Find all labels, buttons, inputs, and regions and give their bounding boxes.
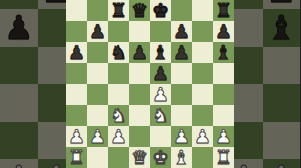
square-d3[interactable] <box>129 105 150 126</box>
square-b4[interactable] <box>87 84 108 105</box>
square-a3 <box>0 122 38 160</box>
square-c5[interactable] <box>108 63 129 84</box>
square-b7[interactable]: ♟ <box>87 21 108 42</box>
square-a1[interactable]: ♜ <box>66 147 87 168</box>
square-a8[interactable] <box>66 0 87 21</box>
square-g7[interactable] <box>192 21 213 42</box>
square-g1[interactable] <box>192 147 213 168</box>
piece-black-bishop[interactable]: ♝ <box>215 42 232 63</box>
piece-black-pawn[interactable]: ♟ <box>173 21 190 42</box>
square-a5[interactable] <box>66 63 87 84</box>
square-h8[interactable]: ♜ <box>213 0 234 21</box>
square-c4[interactable] <box>108 84 129 105</box>
square-e4[interactable]: ♟ <box>150 84 171 105</box>
square-f6[interactable]: ♟ <box>171 42 192 63</box>
piece-black-pawn[interactable]: ♟ <box>173 42 190 63</box>
piece-black-queen[interactable]: ♛ <box>131 0 148 21</box>
square-a6[interactable]: ♟ <box>66 42 87 63</box>
square-h6[interactable]: ♝ <box>213 42 234 63</box>
square-g5[interactable] <box>192 63 213 84</box>
square-e1[interactable]: ♚ <box>150 147 171 168</box>
square-a2: ♟ <box>0 159 38 168</box>
square-f2[interactable]: ♟ <box>171 126 192 147</box>
piece-black-pawn[interactable]: ♟ <box>215 21 232 42</box>
square-d2[interactable] <box>129 126 150 147</box>
square-h3 <box>263 122 301 160</box>
square-a4 <box>0 84 38 122</box>
square-f8[interactable] <box>171 0 192 21</box>
square-a4[interactable] <box>66 84 87 105</box>
square-e5[interactable]: ♟ <box>150 63 171 84</box>
square-a3[interactable] <box>66 105 87 126</box>
square-g8[interactable] <box>192 0 213 21</box>
piece-black-bishop[interactable]: ♝ <box>152 42 169 63</box>
square-c3[interactable]: ♞ <box>108 105 129 126</box>
square-h5 <box>263 47 301 85</box>
piece-black-rook[interactable]: ♜ <box>110 0 127 21</box>
chess-board[interactable]: ♜♛♚♜♟♟♟♟♞♟♝♟♝♟♟♞♞♟♟♟♟♟♟♜♛♚♝♜ <box>66 0 234 168</box>
piece-white-pawn[interactable]: ♟ <box>194 126 211 147</box>
square-h6: ♝ <box>263 9 301 47</box>
piece-white-pawn[interactable]: ♟ <box>215 126 232 147</box>
square-d1[interactable]: ♛ <box>129 147 150 168</box>
piece-black-bishop: ♝ <box>266 9 296 47</box>
square-d7[interactable] <box>129 21 150 42</box>
square-h1[interactable]: ♜ <box>213 147 234 168</box>
piece-white-knight[interactable]: ♞ <box>152 105 169 126</box>
piece-white-pawn: ♟ <box>266 159 296 168</box>
piece-white-pawn: ♟ <box>4 159 34 168</box>
square-d8[interactable]: ♛ <box>129 0 150 21</box>
square-c1[interactable] <box>108 147 129 168</box>
piece-white-bishop[interactable]: ♝ <box>173 147 190 168</box>
piece-black-knight[interactable]: ♞ <box>110 42 127 63</box>
piece-black-pawn[interactable]: ♟ <box>89 21 106 42</box>
square-e3[interactable]: ♞ <box>150 105 171 126</box>
piece-white-queen[interactable]: ♛ <box>131 147 148 168</box>
square-f4[interactable] <box>171 84 192 105</box>
square-g2[interactable]: ♟ <box>192 126 213 147</box>
square-f1[interactable]: ♝ <box>171 147 192 168</box>
square-e8[interactable]: ♚ <box>150 0 171 21</box>
square-g6[interactable] <box>192 42 213 63</box>
square-h4 <box>263 84 301 122</box>
square-c7[interactable] <box>108 21 129 42</box>
square-f3[interactable] <box>171 105 192 126</box>
square-f7[interactable]: ♟ <box>171 21 192 42</box>
square-a5 <box>0 47 38 85</box>
square-h2: ♟ <box>263 159 301 168</box>
piece-white-pawn[interactable]: ♟ <box>68 126 85 147</box>
square-e7[interactable] <box>150 21 171 42</box>
piece-white-rook[interactable]: ♜ <box>215 147 232 168</box>
piece-black-pawn: ♟ <box>4 9 34 47</box>
piece-white-knight[interactable]: ♞ <box>110 105 127 126</box>
piece-white-pawn[interactable]: ♟ <box>89 126 106 147</box>
piece-black-pawn[interactable]: ♟ <box>131 42 148 63</box>
square-b5[interactable] <box>87 63 108 84</box>
square-h2[interactable]: ♟ <box>213 126 234 147</box>
piece-white-king[interactable]: ♚ <box>152 147 169 168</box>
square-d6[interactable]: ♟ <box>129 42 150 63</box>
square-b2[interactable]: ♟ <box>87 126 108 147</box>
square-c8[interactable]: ♜ <box>108 0 129 21</box>
square-h7[interactable]: ♟ <box>213 21 234 42</box>
square-e2[interactable] <box>150 126 171 147</box>
square-d4[interactable] <box>129 84 150 105</box>
square-h5[interactable] <box>213 63 234 84</box>
square-c2[interactable]: ♟ <box>108 126 129 147</box>
square-b8[interactable] <box>87 0 108 21</box>
square-b6[interactable] <box>87 42 108 63</box>
piece-black-pawn[interactable]: ♟ <box>152 63 169 84</box>
piece-black-king[interactable]: ♚ <box>152 0 169 21</box>
square-h3[interactable] <box>213 105 234 126</box>
video-frame: ♜♛♚♜♟♟♟♟♞♟♝♟♝♟♟♞♞♟♟♟♟♟♟♜♛♚♝♜ ♜♛♚♜♟♟♟♟♞♟♝… <box>0 0 300 168</box>
square-d5[interactable] <box>129 63 150 84</box>
square-f5[interactable] <box>171 63 192 84</box>
square-g3[interactable] <box>192 105 213 126</box>
piece-black-pawn[interactable]: ♟ <box>68 42 85 63</box>
piece-white-rook[interactable]: ♜ <box>68 147 85 168</box>
square-g4[interactable] <box>192 84 213 105</box>
square-e6[interactable]: ♝ <box>150 42 171 63</box>
square-b1[interactable] <box>87 147 108 168</box>
square-c6[interactable]: ♞ <box>108 42 129 63</box>
piece-white-pawn[interactable]: ♟ <box>152 84 169 105</box>
piece-black-rook[interactable]: ♜ <box>215 0 232 21</box>
piece-white-pawn[interactable]: ♟ <box>173 126 190 147</box>
piece-white-pawn[interactable]: ♟ <box>110 126 127 147</box>
square-a7[interactable] <box>66 21 87 42</box>
square-b3[interactable] <box>87 105 108 126</box>
square-h4[interactable] <box>213 84 234 105</box>
square-a6: ♟ <box>0 9 38 47</box>
square-a2[interactable]: ♟ <box>66 126 87 147</box>
